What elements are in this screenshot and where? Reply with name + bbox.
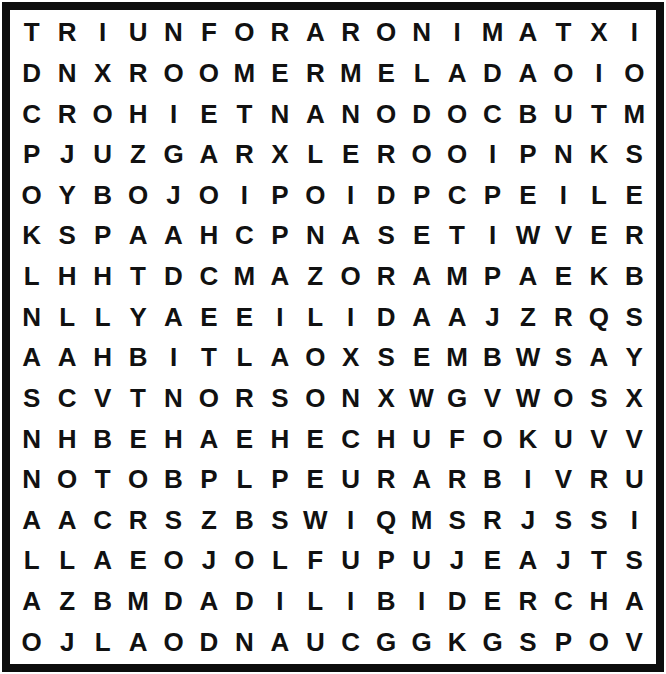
cell-r2c10[interactable]: M	[333, 53, 368, 94]
cell-r7c15[interactable]: A	[510, 256, 545, 297]
cell-r4c13[interactable]: O	[439, 134, 474, 175]
cell-r10c15[interactable]: W	[510, 378, 545, 419]
cell-r9c16[interactable]: S	[546, 337, 581, 378]
cell-r3c1[interactable]: C	[14, 93, 49, 134]
cell-r8c8[interactable]: I	[262, 296, 297, 337]
cell-r11c4[interactable]: E	[120, 418, 155, 459]
cell-r14c11[interactable]: P	[368, 540, 403, 581]
cell-r11c12[interactable]: U	[404, 418, 439, 459]
cell-r6c2[interactable]: S	[49, 215, 84, 256]
cell-r2c13[interactable]: A	[439, 53, 474, 94]
cell-r2c6[interactable]: O	[191, 53, 226, 94]
cell-r3c9[interactable]: A	[298, 93, 333, 134]
cell-r12c8[interactable]: P	[262, 459, 297, 500]
cell-r15c10[interactable]: I	[333, 581, 368, 622]
cell-r4c8[interactable]: X	[262, 134, 297, 175]
cell-r14c3[interactable]: A	[85, 540, 120, 581]
cell-r14c1[interactable]: L	[14, 540, 49, 581]
cell-r15c13[interactable]: D	[439, 581, 474, 622]
cell-r9c18[interactable]: Y	[617, 337, 652, 378]
cell-r16c2[interactable]: J	[49, 621, 84, 662]
cell-r1c16[interactable]: T	[546, 12, 581, 53]
cell-r1c10[interactable]: R	[333, 12, 368, 53]
cell-r8c14[interactable]: J	[475, 296, 510, 337]
cell-r4c15[interactable]: P	[510, 134, 545, 175]
cell-r10c4[interactable]: T	[120, 378, 155, 419]
cell-r9c8[interactable]: A	[262, 337, 297, 378]
cell-r6c12[interactable]: E	[404, 215, 439, 256]
cell-r9c2[interactable]: A	[49, 337, 84, 378]
cell-r9c12[interactable]: E	[404, 337, 439, 378]
cell-r5c6[interactable]: O	[191, 175, 226, 216]
cell-r7c7[interactable]: M	[227, 256, 262, 297]
cell-r3c3[interactable]: O	[85, 93, 120, 134]
cell-r9c10[interactable]: X	[333, 337, 368, 378]
cell-r1c8[interactable]: R	[262, 12, 297, 53]
cell-r11c7[interactable]: E	[227, 418, 262, 459]
cell-r7c11[interactable]: R	[368, 256, 403, 297]
cell-r12c7[interactable]: L	[227, 459, 262, 500]
cell-r6c14[interactable]: I	[475, 215, 510, 256]
cell-r14c13[interactable]: J	[439, 540, 474, 581]
cell-r16c9[interactable]: U	[298, 621, 333, 662]
cell-r2c16[interactable]: O	[546, 53, 581, 94]
cell-r7c1[interactable]: L	[14, 256, 49, 297]
cell-r5c17[interactable]: L	[581, 175, 616, 216]
cell-r5c1[interactable]: O	[14, 175, 49, 216]
cell-r13c5[interactable]: S	[156, 500, 191, 541]
cell-r16c10[interactable]: C	[333, 621, 368, 662]
cell-r14c6[interactable]: J	[191, 540, 226, 581]
cell-r3c7[interactable]: T	[227, 93, 262, 134]
cell-r3c18[interactable]: M	[617, 93, 652, 134]
cell-r3c13[interactable]: O	[439, 93, 474, 134]
cell-r11c11[interactable]: H	[368, 418, 403, 459]
cell-r14c9[interactable]: F	[298, 540, 333, 581]
cell-r9c6[interactable]: T	[191, 337, 226, 378]
cell-r7c16[interactable]: E	[546, 256, 581, 297]
cell-r7c9[interactable]: Z	[298, 256, 333, 297]
cell-r7c3[interactable]: H	[85, 256, 120, 297]
cell-r8c7[interactable]: E	[227, 296, 262, 337]
cell-r5c16[interactable]: I	[546, 175, 581, 216]
cell-r10c6[interactable]: O	[191, 378, 226, 419]
cell-r11c14[interactable]: O	[475, 418, 510, 459]
cell-r7c8[interactable]: A	[262, 256, 297, 297]
cell-r14c4[interactable]: E	[120, 540, 155, 581]
cell-r1c17[interactable]: X	[581, 12, 616, 53]
cell-r3c15[interactable]: B	[510, 93, 545, 134]
cell-r7c2[interactable]: H	[49, 256, 84, 297]
cell-r5c7[interactable]: I	[227, 175, 262, 216]
cell-r10c5[interactable]: N	[156, 378, 191, 419]
cell-r7c5[interactable]: D	[156, 256, 191, 297]
cell-r14c15[interactable]: A	[510, 540, 545, 581]
cell-r4c2[interactable]: J	[49, 134, 84, 175]
cell-r10c16[interactable]: O	[546, 378, 581, 419]
cell-r14c5[interactable]: O	[156, 540, 191, 581]
cell-r15c14[interactable]: E	[475, 581, 510, 622]
cell-r12c16[interactable]: V	[546, 459, 581, 500]
cell-r9c15[interactable]: W	[510, 337, 545, 378]
cell-r4c3[interactable]: U	[85, 134, 120, 175]
cell-r10c7[interactable]: R	[227, 378, 262, 419]
cell-r5c9[interactable]: O	[298, 175, 333, 216]
cell-r13c6[interactable]: Z	[191, 500, 226, 541]
cell-r5c2[interactable]: Y	[49, 175, 84, 216]
cell-r16c16[interactable]: P	[546, 621, 581, 662]
cell-r13c12[interactable]: M	[404, 500, 439, 541]
cell-r4c7[interactable]: R	[227, 134, 262, 175]
cell-r13c14[interactable]: R	[475, 500, 510, 541]
cell-r10c2[interactable]: C	[49, 378, 84, 419]
cell-r16c14[interactable]: G	[475, 621, 510, 662]
cell-r7c13[interactable]: M	[439, 256, 474, 297]
cell-r8c4[interactable]: Y	[120, 296, 155, 337]
cell-r10c8[interactable]: S	[262, 378, 297, 419]
cell-r8c16[interactable]: R	[546, 296, 581, 337]
cell-r9c14[interactable]: B	[475, 337, 510, 378]
cell-r16c17[interactable]: O	[581, 621, 616, 662]
cell-r9c9[interactable]: O	[298, 337, 333, 378]
cell-r15c5[interactable]: D	[156, 581, 191, 622]
cell-r5c10[interactable]: I	[333, 175, 368, 216]
cell-r6c7[interactable]: C	[227, 215, 262, 256]
cell-r14c8[interactable]: L	[262, 540, 297, 581]
cell-r13c11[interactable]: Q	[368, 500, 403, 541]
cell-r8c17[interactable]: Q	[581, 296, 616, 337]
cell-r11c5[interactable]: H	[156, 418, 191, 459]
cell-r14c10[interactable]: U	[333, 540, 368, 581]
cell-r7c4[interactable]: T	[120, 256, 155, 297]
cell-r16c3[interactable]: L	[85, 621, 120, 662]
cell-r16c7[interactable]: N	[227, 621, 262, 662]
cell-r2c2[interactable]: N	[49, 53, 84, 94]
cell-r15c17[interactable]: H	[581, 581, 616, 622]
cell-r3c4[interactable]: H	[120, 93, 155, 134]
cell-r6c9[interactable]: N	[298, 215, 333, 256]
cell-r13c2[interactable]: A	[49, 500, 84, 541]
cell-r5c13[interactable]: C	[439, 175, 474, 216]
cell-r8c9[interactable]: L	[298, 296, 333, 337]
cell-r12c2[interactable]: O	[49, 459, 84, 500]
cell-r8c2[interactable]: L	[49, 296, 84, 337]
cell-r15c1[interactable]: A	[14, 581, 49, 622]
cell-r10c1[interactable]: S	[14, 378, 49, 419]
cell-r11c10[interactable]: C	[333, 418, 368, 459]
cell-r12c11[interactable]: R	[368, 459, 403, 500]
cell-r4c17[interactable]: K	[581, 134, 616, 175]
cell-r13c8[interactable]: S	[262, 500, 297, 541]
cell-r1c5[interactable]: N	[156, 12, 191, 53]
cell-r3c8[interactable]: N	[262, 93, 297, 134]
cell-r6c17[interactable]: E	[581, 215, 616, 256]
cell-r1c1[interactable]: T	[14, 12, 49, 53]
cell-r11c8[interactable]: H	[262, 418, 297, 459]
cell-r2c1[interactable]: D	[14, 53, 49, 94]
cell-r13c18[interactable]: I	[617, 500, 652, 541]
cell-r2c7[interactable]: M	[227, 53, 262, 94]
cell-r11c13[interactable]: F	[439, 418, 474, 459]
cell-r7c14[interactable]: P	[475, 256, 510, 297]
cell-r14c14[interactable]: E	[475, 540, 510, 581]
cell-r16c4[interactable]: A	[120, 621, 155, 662]
cell-r8c12[interactable]: A	[404, 296, 439, 337]
cell-r3c11[interactable]: O	[368, 93, 403, 134]
cell-r11c16[interactable]: U	[546, 418, 581, 459]
cell-r8c13[interactable]: A	[439, 296, 474, 337]
cell-r6c8[interactable]: P	[262, 215, 297, 256]
cell-r12c6[interactable]: P	[191, 459, 226, 500]
cell-r4c4[interactable]: Z	[120, 134, 155, 175]
cell-r13c1[interactable]: A	[14, 500, 49, 541]
cell-r9c11[interactable]: S	[368, 337, 403, 378]
cell-r12c5[interactable]: B	[156, 459, 191, 500]
cell-r7c17[interactable]: K	[581, 256, 616, 297]
cell-r2c12[interactable]: L	[404, 53, 439, 94]
cell-r8c18[interactable]: S	[617, 296, 652, 337]
cell-r4c14[interactable]: I	[475, 134, 510, 175]
cell-r2c8[interactable]: E	[262, 53, 297, 94]
cell-r11c17[interactable]: V	[581, 418, 616, 459]
cell-r6c1[interactable]: K	[14, 215, 49, 256]
cell-r16c12[interactable]: G	[404, 621, 439, 662]
cell-r16c5[interactable]: O	[156, 621, 191, 662]
cell-r15c18[interactable]: A	[617, 581, 652, 622]
cell-r2c9[interactable]: R	[298, 53, 333, 94]
cell-r11c18[interactable]: V	[617, 418, 652, 459]
cell-r10c13[interactable]: G	[439, 378, 474, 419]
cell-r6c5[interactable]: A	[156, 215, 191, 256]
cell-r9c13[interactable]: M	[439, 337, 474, 378]
cell-r4c16[interactable]: N	[546, 134, 581, 175]
cell-r12c10[interactable]: U	[333, 459, 368, 500]
cell-r5c18[interactable]: E	[617, 175, 652, 216]
cell-r12c9[interactable]: E	[298, 459, 333, 500]
cell-r5c4[interactable]: O	[120, 175, 155, 216]
cell-r4c11[interactable]: R	[368, 134, 403, 175]
cell-r5c11[interactable]: D	[368, 175, 403, 216]
cell-r15c4[interactable]: M	[120, 581, 155, 622]
cell-r6c4[interactable]: A	[120, 215, 155, 256]
cell-r14c2[interactable]: L	[49, 540, 84, 581]
cell-r13c13[interactable]: S	[439, 500, 474, 541]
cell-r6c11[interactable]: S	[368, 215, 403, 256]
cell-r10c14[interactable]: V	[475, 378, 510, 419]
cell-r4c12[interactable]: O	[404, 134, 439, 175]
cell-r12c15[interactable]: I	[510, 459, 545, 500]
cell-r12c3[interactable]: T	[85, 459, 120, 500]
cell-r10c18[interactable]: X	[617, 378, 652, 419]
cell-r6c6[interactable]: H	[191, 215, 226, 256]
cell-r16c15[interactable]: S	[510, 621, 545, 662]
cell-r4c10[interactable]: E	[333, 134, 368, 175]
cell-r13c7[interactable]: B	[227, 500, 262, 541]
cell-r15c6[interactable]: A	[191, 581, 226, 622]
cell-r8c3[interactable]: L	[85, 296, 120, 337]
cell-r1c15[interactable]: A	[510, 12, 545, 53]
cell-r5c8[interactable]: P	[262, 175, 297, 216]
cell-r10c17[interactable]: S	[581, 378, 616, 419]
cell-r7c6[interactable]: C	[191, 256, 226, 297]
cell-r11c6[interactable]: A	[191, 418, 226, 459]
cell-r1c12[interactable]: N	[404, 12, 439, 53]
word-search-board: TRIUNFORARONIMATXIDNXROOMERMELADAOIOCROH…	[2, 2, 664, 672]
cell-r4c5[interactable]: G	[156, 134, 191, 175]
cell-r6c18[interactable]: R	[617, 215, 652, 256]
cell-r2c17[interactable]: I	[581, 53, 616, 94]
cell-r1c3[interactable]: I	[85, 12, 120, 53]
cell-r13c16[interactable]: S	[546, 500, 581, 541]
cell-r12c18[interactable]: U	[617, 459, 652, 500]
cell-r3c2[interactable]: R	[49, 93, 84, 134]
cell-r6c10[interactable]: A	[333, 215, 368, 256]
cell-r13c3[interactable]: C	[85, 500, 120, 541]
cell-r15c16[interactable]: C	[546, 581, 581, 622]
cell-r1c13[interactable]: I	[439, 12, 474, 53]
cell-r7c12[interactable]: A	[404, 256, 439, 297]
cell-r6c16[interactable]: V	[546, 215, 581, 256]
cell-r1c18[interactable]: I	[617, 12, 652, 53]
cell-r11c3[interactable]: B	[85, 418, 120, 459]
cell-r3c14[interactable]: C	[475, 93, 510, 134]
cell-r15c9[interactable]: L	[298, 581, 333, 622]
cell-r8c11[interactable]: D	[368, 296, 403, 337]
cell-r3c16[interactable]: U	[546, 93, 581, 134]
cell-r1c14[interactable]: M	[475, 12, 510, 53]
cell-r8c1[interactable]: N	[14, 296, 49, 337]
cell-r1c2[interactable]: R	[49, 12, 84, 53]
cell-r16c18[interactable]: V	[617, 621, 652, 662]
cell-r4c6[interactable]: A	[191, 134, 226, 175]
cell-r1c7[interactable]: O	[227, 12, 262, 53]
cell-r9c17[interactable]: A	[581, 337, 616, 378]
cell-r9c3[interactable]: H	[85, 337, 120, 378]
cell-r15c3[interactable]: B	[85, 581, 120, 622]
cell-r11c9[interactable]: E	[298, 418, 333, 459]
cell-r5c14[interactable]: P	[475, 175, 510, 216]
cell-r5c5[interactable]: J	[156, 175, 191, 216]
cell-r6c15[interactable]: W	[510, 215, 545, 256]
cell-r13c17[interactable]: S	[581, 500, 616, 541]
cell-r16c13[interactable]: K	[439, 621, 474, 662]
cell-r15c12[interactable]: I	[404, 581, 439, 622]
cell-r8c10[interactable]: I	[333, 296, 368, 337]
cell-r5c15[interactable]: E	[510, 175, 545, 216]
cell-r8c5[interactable]: A	[156, 296, 191, 337]
cell-r13c10[interactable]: I	[333, 500, 368, 541]
cell-r5c3[interactable]: B	[85, 175, 120, 216]
cell-r15c7[interactable]: D	[227, 581, 262, 622]
cell-r2c5[interactable]: O	[156, 53, 191, 94]
cell-r11c2[interactable]: H	[49, 418, 84, 459]
cell-r2c3[interactable]: X	[85, 53, 120, 94]
cell-r4c18[interactable]: S	[617, 134, 652, 175]
cell-r1c6[interactable]: F	[191, 12, 226, 53]
cell-r10c11[interactable]: X	[368, 378, 403, 419]
cell-r1c11[interactable]: O	[368, 12, 403, 53]
cell-r2c14[interactable]: D	[475, 53, 510, 94]
cell-r14c18[interactable]: S	[617, 540, 652, 581]
cell-r5c12[interactable]: P	[404, 175, 439, 216]
cell-r12c1[interactable]: N	[14, 459, 49, 500]
cell-r2c4[interactable]: R	[120, 53, 155, 94]
cell-r14c7[interactable]: O	[227, 540, 262, 581]
cell-r12c17[interactable]: R	[581, 459, 616, 500]
cell-r10c10[interactable]: N	[333, 378, 368, 419]
cell-r15c2[interactable]: Z	[49, 581, 84, 622]
cell-r10c12[interactable]: W	[404, 378, 439, 419]
cell-r8c15[interactable]: Z	[510, 296, 545, 337]
cell-r15c11[interactable]: B	[368, 581, 403, 622]
cell-r12c4[interactable]: O	[120, 459, 155, 500]
cell-r3c6[interactable]: E	[191, 93, 226, 134]
word-search-page: TRIUNFORARONIMATXIDNXROOMERMELADAOIOCROH…	[0, 0, 666, 674]
cell-r8c6[interactable]: E	[191, 296, 226, 337]
cell-r16c6[interactable]: D	[191, 621, 226, 662]
cell-r14c16[interactable]: J	[546, 540, 581, 581]
cell-r9c5[interactable]: I	[156, 337, 191, 378]
cell-r1c9[interactable]: A	[298, 12, 333, 53]
cell-r3c12[interactable]: D	[404, 93, 439, 134]
cell-r16c1[interactable]: O	[14, 621, 49, 662]
cell-r4c1[interactable]: P	[14, 134, 49, 175]
cell-r16c11[interactable]: G	[368, 621, 403, 662]
cell-r9c7[interactable]: L	[227, 337, 262, 378]
cell-r3c5[interactable]: I	[156, 93, 191, 134]
cell-r15c8[interactable]: I	[262, 581, 297, 622]
cell-r3c17[interactable]: T	[581, 93, 616, 134]
cell-r10c3[interactable]: V	[85, 378, 120, 419]
cell-r15c15[interactable]: R	[510, 581, 545, 622]
cell-r12c12[interactable]: A	[404, 459, 439, 500]
cell-r6c13[interactable]: T	[439, 215, 474, 256]
cell-r9c4[interactable]: B	[120, 337, 155, 378]
cell-r14c17[interactable]: T	[581, 540, 616, 581]
cell-r10c9[interactable]: O	[298, 378, 333, 419]
cell-r2c18[interactable]: O	[617, 53, 652, 94]
cell-r11c1[interactable]: N	[14, 418, 49, 459]
cell-r12c13[interactable]: R	[439, 459, 474, 500]
cell-r12c14[interactable]: B	[475, 459, 510, 500]
cell-r2c15[interactable]: A	[510, 53, 545, 94]
cell-r2c11[interactable]: E	[368, 53, 403, 94]
cell-r13c4[interactable]: R	[120, 500, 155, 541]
cell-r7c18[interactable]: B	[617, 256, 652, 297]
cell-r14c12[interactable]: U	[404, 540, 439, 581]
cell-r3c10[interactable]: N	[333, 93, 368, 134]
cell-r9c1[interactable]: A	[14, 337, 49, 378]
cell-r13c9[interactable]: W	[298, 500, 333, 541]
cell-r7c10[interactable]: O	[333, 256, 368, 297]
cell-r4c9[interactable]: L	[298, 134, 333, 175]
cell-r13c15[interactable]: J	[510, 500, 545, 541]
cell-r16c8[interactable]: A	[262, 621, 297, 662]
cell-r6c3[interactable]: P	[85, 215, 120, 256]
cell-r1c4[interactable]: U	[120, 12, 155, 53]
cell-r11c15[interactable]: K	[510, 418, 545, 459]
